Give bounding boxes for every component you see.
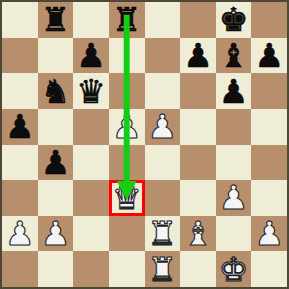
square-a8[interactable] xyxy=(2,2,38,38)
square-e4[interactable] xyxy=(145,145,181,181)
square-g6[interactable]: ♟ xyxy=(216,73,252,109)
piece-white-pawn[interactable]: ♟ xyxy=(219,181,249,214)
piece-white-pawn[interactable]: ♟ xyxy=(41,217,71,250)
piece-black-queen[interactable]: ♛ xyxy=(76,75,106,108)
square-c5[interactable] xyxy=(73,109,109,145)
piece-black-pawn[interactable]: ♟ xyxy=(41,146,71,179)
piece-white-pawn[interactable]: ♟ xyxy=(5,217,35,250)
square-g5[interactable] xyxy=(216,109,252,145)
square-b4[interactable]: ♟ xyxy=(38,145,74,181)
square-b1[interactable] xyxy=(38,251,74,287)
square-h5[interactable] xyxy=(251,109,287,145)
square-h4[interactable] xyxy=(251,145,287,181)
square-g2[interactable] xyxy=(216,216,252,252)
piece-black-king[interactable]: ♚ xyxy=(219,3,249,36)
square-h2[interactable]: ♟ xyxy=(251,216,287,252)
square-e5[interactable]: ♟ xyxy=(145,109,181,145)
piece-black-pawn[interactable]: ♟ xyxy=(76,39,106,72)
piece-white-rook[interactable]: ♜ xyxy=(148,253,178,286)
piece-black-pawn[interactable]: ♟ xyxy=(219,75,249,108)
piece-black-pawn[interactable]: ♟ xyxy=(5,110,35,143)
square-b8[interactable]: ♜ xyxy=(38,2,74,38)
square-d8[interactable]: ♜ xyxy=(109,2,145,38)
square-e8[interactable] xyxy=(145,2,181,38)
square-c2[interactable] xyxy=(73,216,109,252)
square-c1[interactable] xyxy=(73,251,109,287)
piece-black-pawn[interactable]: ♟ xyxy=(254,39,284,72)
square-b7[interactable] xyxy=(38,38,74,74)
square-f2[interactable]: ♝ xyxy=(180,216,216,252)
square-g1[interactable]: ♚ xyxy=(216,251,252,287)
square-d3[interactable]: ♛ xyxy=(109,180,145,216)
square-a6[interactable] xyxy=(2,73,38,109)
piece-black-pawn[interactable]: ♟ xyxy=(183,39,213,72)
square-e3[interactable] xyxy=(145,180,181,216)
board-frame: ♜♜♚♟♟♝♟♞♛♟♟♟♟♟♛♟♟♟♜♝♟♜♚ xyxy=(0,0,289,289)
square-c8[interactable] xyxy=(73,2,109,38)
square-a5[interactable]: ♟ xyxy=(2,109,38,145)
square-d2[interactable] xyxy=(109,216,145,252)
square-h7[interactable]: ♟ xyxy=(251,38,287,74)
square-e2[interactable]: ♜ xyxy=(145,216,181,252)
piece-white-rook[interactable]: ♜ xyxy=(148,217,178,250)
square-a4[interactable] xyxy=(2,145,38,181)
piece-white-queen[interactable]: ♛ xyxy=(112,181,142,214)
square-f7[interactable]: ♟ xyxy=(180,38,216,74)
square-b2[interactable]: ♟ xyxy=(38,216,74,252)
square-d4[interactable] xyxy=(109,145,145,181)
square-g4[interactable] xyxy=(216,145,252,181)
square-e1[interactable]: ♜ xyxy=(145,251,181,287)
piece-white-king[interactable]: ♚ xyxy=(219,253,249,286)
piece-white-pawn[interactable]: ♟ xyxy=(254,217,284,250)
piece-white-pawn[interactable]: ♟ xyxy=(148,110,178,143)
square-a3[interactable] xyxy=(2,180,38,216)
square-g3[interactable]: ♟ xyxy=(216,180,252,216)
square-a1[interactable] xyxy=(2,251,38,287)
square-f4[interactable] xyxy=(180,145,216,181)
square-c6[interactable]: ♛ xyxy=(73,73,109,109)
piece-white-pawn[interactable]: ♟ xyxy=(112,110,142,143)
square-d6[interactable] xyxy=(109,73,145,109)
square-b5[interactable] xyxy=(38,109,74,145)
square-h8[interactable] xyxy=(251,2,287,38)
square-f1[interactable] xyxy=(180,251,216,287)
square-c4[interactable] xyxy=(73,145,109,181)
square-c3[interactable] xyxy=(73,180,109,216)
square-f8[interactable] xyxy=(180,2,216,38)
square-a2[interactable]: ♟ xyxy=(2,216,38,252)
piece-white-bishop[interactable]: ♝ xyxy=(183,217,213,250)
chess-board: ♜♜♚♟♟♝♟♞♛♟♟♟♟♟♛♟♟♟♜♝♟♜♚ xyxy=(2,2,287,287)
square-h6[interactable] xyxy=(251,73,287,109)
square-f3[interactable] xyxy=(180,180,216,216)
square-b6[interactable]: ♞ xyxy=(38,73,74,109)
square-d1[interactable] xyxy=(109,251,145,287)
square-c7[interactable]: ♟ xyxy=(73,38,109,74)
square-e7[interactable] xyxy=(145,38,181,74)
square-e6[interactable] xyxy=(145,73,181,109)
square-d7[interactable] xyxy=(109,38,145,74)
piece-black-knight[interactable]: ♞ xyxy=(41,75,71,108)
piece-black-bishop[interactable]: ♝ xyxy=(219,39,249,72)
square-h1[interactable] xyxy=(251,251,287,287)
piece-black-rook[interactable]: ♜ xyxy=(41,3,71,36)
square-g8[interactable]: ♚ xyxy=(216,2,252,38)
square-f5[interactable] xyxy=(180,109,216,145)
square-g7[interactable]: ♝ xyxy=(216,38,252,74)
square-a7[interactable] xyxy=(2,38,38,74)
piece-black-rook[interactable]: ♜ xyxy=(112,3,142,36)
square-f6[interactable] xyxy=(180,73,216,109)
square-d5[interactable]: ♟ xyxy=(109,109,145,145)
square-b3[interactable] xyxy=(38,180,74,216)
square-h3[interactable] xyxy=(251,180,287,216)
